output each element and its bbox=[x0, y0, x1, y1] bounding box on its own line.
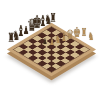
chess-piece-light-knight: ♞ bbox=[88, 31, 94, 42]
chess-piece-light-rook: ♜ bbox=[81, 27, 87, 38]
chess-set-product-photo: ♜♞♝♟♛♚♝♞♜♟♟♞♝♛♚♜♞ bbox=[0, 0, 99, 99]
pieces-layer: ♜♞♝♟♛♚♝♞♜♟♟♞♝♛♚♜♞ bbox=[0, 0, 99, 99]
chess-piece-dark-rook: ♜ bbox=[50, 12, 57, 24]
chess-piece-dark-pawn: ♟ bbox=[43, 38, 47, 46]
chess-piece-light-king: ♚ bbox=[73, 25, 81, 39]
chess-piece-light-pawn: ♟ bbox=[49, 38, 54, 47]
